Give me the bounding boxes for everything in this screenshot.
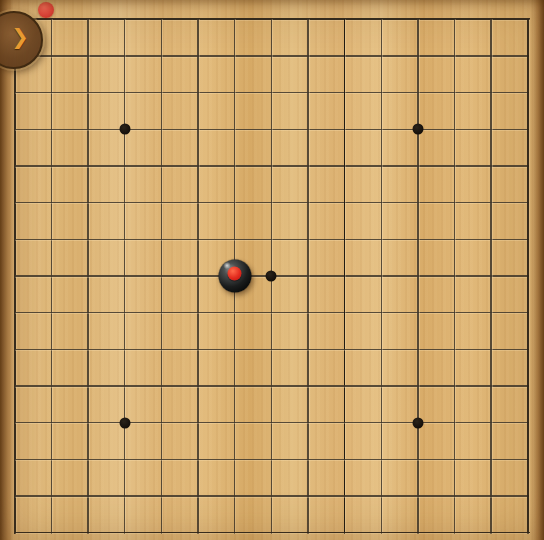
grid-line (307, 19, 308, 534)
goban-scene: ❯ (0, 0, 544, 540)
grid-line (15, 349, 530, 350)
board-right-edge-shadow (531, 0, 544, 540)
grid-line (15, 92, 530, 93)
grid-line (15, 385, 530, 386)
grid-line (15, 18, 530, 20)
grid-line (527, 19, 529, 534)
chevron-right-icon: ❯ (11, 27, 29, 48)
grid-line (344, 19, 345, 534)
grid-line (15, 495, 530, 496)
grid-line (124, 19, 125, 534)
grid-line (417, 19, 418, 534)
grid-line (15, 532, 530, 534)
star-point (119, 417, 130, 428)
black-stone (218, 259, 251, 292)
grid-line (15, 422, 530, 423)
grid-line (15, 239, 530, 240)
grid-line (15, 202, 530, 203)
grid-line (454, 19, 455, 534)
star-point (412, 417, 423, 428)
grid-line (15, 165, 530, 166)
star-point (119, 124, 130, 135)
grid-line (15, 55, 530, 56)
grid-line (381, 19, 382, 534)
grid-line (490, 19, 491, 534)
grid-line (14, 19, 16, 534)
grid-line (51, 19, 52, 534)
grid-line (161, 19, 162, 534)
star-point (412, 124, 423, 135)
board-left-edge-shadow (0, 0, 14, 540)
grid-line (15, 459, 530, 460)
grid-line (15, 312, 530, 313)
grid-line (87, 19, 88, 534)
last-move-marker (228, 267, 242, 281)
grid-line (15, 129, 530, 130)
grid-line (197, 19, 198, 534)
star-point (266, 270, 277, 281)
notification-dot (38, 2, 54, 18)
